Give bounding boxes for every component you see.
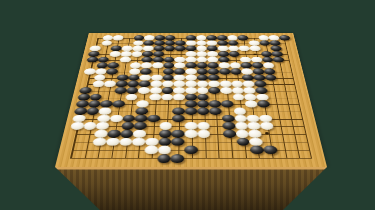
white-stone[interactable] [220, 87, 232, 94]
black-stone[interactable] [250, 146, 264, 154]
white-stone[interactable] [106, 138, 120, 146]
black-stone[interactable] [208, 87, 220, 94]
white-stone[interactable] [70, 122, 85, 130]
black-stone[interactable] [265, 74, 278, 80]
black-stone[interactable] [222, 115, 235, 122]
black-stone[interactable] [185, 108, 197, 115]
white-stone[interactable] [144, 146, 158, 154]
white-stone[interactable] [98, 108, 112, 115]
black-stone[interactable] [237, 35, 248, 40]
black-stone[interactable] [221, 101, 234, 108]
board-surface [55, 33, 327, 167]
black-stone[interactable] [134, 122, 148, 130]
white-stone[interactable] [92, 81, 105, 87]
white-stone[interactable] [97, 115, 111, 122]
black-stone[interactable] [122, 115, 136, 122]
black-stone[interactable] [158, 138, 172, 146]
white-stone[interactable] [83, 122, 97, 130]
white-stone[interactable] [104, 81, 117, 87]
black-stone[interactable] [209, 108, 222, 115]
white-stone[interactable] [131, 51, 143, 57]
white-stone[interactable] [239, 46, 250, 52]
black-stone[interactable] [135, 115, 148, 122]
white-stone[interactable] [119, 138, 133, 146]
white-stone[interactable] [232, 94, 245, 101]
white-stone[interactable] [133, 130, 147, 138]
white-stone[interactable] [235, 122, 249, 130]
white-stone[interactable] [72, 115, 86, 122]
black-stone[interactable] [159, 130, 172, 138]
black-stone[interactable] [223, 130, 237, 138]
black-stone[interactable] [236, 138, 250, 146]
black-stone[interactable] [175, 46, 186, 52]
black-stone[interactable] [114, 87, 127, 94]
white-stone[interactable] [173, 94, 185, 101]
white-stone[interactable] [92, 138, 107, 146]
white-stone[interactable] [149, 94, 162, 101]
black-stone[interactable] [107, 130, 121, 138]
black-stone[interactable] [147, 115, 160, 122]
white-stone[interactable] [94, 130, 108, 138]
black-stone[interactable] [121, 122, 135, 130]
white-stone[interactable] [101, 40, 113, 45]
black-stone[interactable] [257, 101, 270, 108]
white-stone[interactable] [249, 46, 261, 52]
black-stone[interactable] [197, 108, 210, 115]
black-stone[interactable] [263, 146, 278, 154]
white-stone[interactable] [247, 122, 261, 130]
white-stone[interactable] [246, 115, 260, 122]
white-stone[interactable] [145, 138, 159, 146]
white-stone[interactable] [233, 108, 246, 115]
black-stone[interactable] [171, 154, 185, 163]
white-stone[interactable] [245, 101, 258, 108]
white-stone[interactable] [185, 122, 198, 130]
black-stone[interactable] [112, 101, 125, 108]
black-stone[interactable] [219, 68, 231, 74]
black-stone[interactable] [228, 51, 239, 57]
white-stone[interactable] [234, 115, 247, 122]
black-stone[interactable] [172, 130, 185, 138]
black-stone[interactable] [106, 68, 118, 74]
black-stone[interactable] [171, 138, 184, 146]
white-stone[interactable] [125, 94, 138, 101]
white-stone[interactable] [113, 35, 124, 40]
black-stone[interactable] [172, 115, 185, 122]
go-scene [0, 0, 375, 210]
black-stone[interactable] [230, 68, 242, 74]
white-stone[interactable] [119, 57, 131, 63]
black-stone[interactable] [222, 122, 235, 130]
white-stone[interactable] [109, 115, 123, 122]
black-stone[interactable] [184, 146, 197, 154]
board-front-face [55, 167, 327, 210]
black-stone[interactable] [259, 40, 271, 45]
white-stone[interactable] [184, 130, 197, 138]
black-stone[interactable] [172, 108, 185, 115]
black-stone[interactable] [157, 154, 171, 163]
go-board [55, 33, 327, 167]
white-stone[interactable] [161, 94, 173, 101]
black-stone[interactable] [86, 108, 100, 115]
black-stone[interactable] [279, 35, 291, 40]
black-stone[interactable] [135, 108, 148, 115]
white-stone[interactable] [259, 115, 273, 122]
white-stone[interactable] [197, 130, 210, 138]
white-stone[interactable] [159, 122, 172, 130]
stones-layer [70, 38, 312, 159]
white-stone[interactable] [197, 122, 210, 130]
black-stone[interactable] [164, 46, 175, 52]
white-stone[interactable] [132, 138, 146, 146]
black-stone[interactable] [120, 130, 134, 138]
white-stone[interactable] [248, 130, 262, 138]
white-stone[interactable] [235, 130, 249, 138]
white-stone[interactable] [260, 122, 274, 130]
white-stone[interactable] [249, 138, 263, 146]
white-stone[interactable] [95, 122, 109, 130]
black-stone[interactable] [272, 57, 284, 63]
white-stone[interactable] [109, 51, 121, 57]
white-stone[interactable] [158, 146, 172, 154]
white-stone[interactable] [138, 87, 151, 94]
white-stone[interactable] [152, 63, 164, 69]
